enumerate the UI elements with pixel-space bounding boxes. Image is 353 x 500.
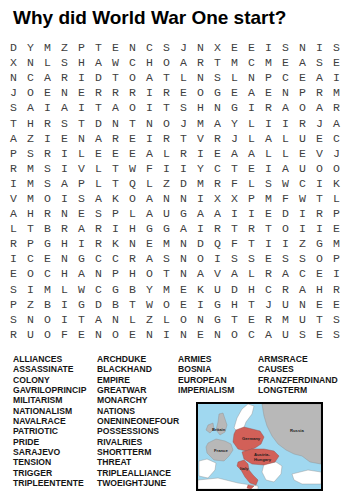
grid-cell-r1c6[interactable]: T xyxy=(90,40,107,55)
grid-cell-r1c2[interactable]: Y xyxy=(22,40,39,55)
grid-cell-r18c11[interactable]: E xyxy=(175,297,192,312)
grid-cell-r8c11[interactable]: R xyxy=(175,146,192,161)
grid-cell-r10c3[interactable]: S xyxy=(39,176,56,191)
grid-cell-r3c3[interactable]: A xyxy=(39,70,56,85)
grid-cell-r6c20[interactable]: A xyxy=(328,115,345,130)
grid-cell-r6c1[interactable]: T xyxy=(5,115,22,130)
grid-cell-r16c15[interactable]: L xyxy=(243,266,260,281)
grid-cell-r9c1[interactable]: R xyxy=(5,161,22,176)
grid-cell-r18c20[interactable]: E xyxy=(328,297,345,312)
grid-cell-r11c1[interactable]: V xyxy=(5,191,22,206)
grid-cell-r11c13[interactable]: X xyxy=(209,191,226,206)
grid-cell-r14c20[interactable]: M xyxy=(328,236,345,251)
grid-cell-r3c4[interactable]: R xyxy=(56,70,73,85)
grid-cell-r14c6[interactable]: R xyxy=(90,236,107,251)
grid-cell-r1c1[interactable]: D xyxy=(5,40,22,55)
grid-cell-r6c16[interactable]: I xyxy=(260,115,277,130)
grid-cell-r13c3[interactable]: B xyxy=(39,221,56,236)
grid-cell-r18c17[interactable]: U xyxy=(277,297,294,312)
grid-cell-r4c11[interactable]: E xyxy=(175,85,192,100)
grid-cell-r18c9[interactable]: W xyxy=(141,297,158,312)
grid-cell-r1c10[interactable]: S xyxy=(158,40,175,55)
grid-cell-r13c17[interactable]: O xyxy=(277,221,294,236)
grid-cell-r4c16[interactable]: E xyxy=(260,85,277,100)
grid-cell-r16c10[interactable]: T xyxy=(158,266,175,281)
grid-cell-r7c11[interactable]: T xyxy=(175,131,192,146)
grid-cell-r1c16[interactable]: I xyxy=(260,40,277,55)
grid-cell-r20c3[interactable]: O xyxy=(39,327,56,342)
grid-cell-r11c6[interactable]: A xyxy=(90,191,107,206)
grid-cell-r13c18[interactable]: I xyxy=(294,221,311,236)
grid-cell-r2c20[interactable]: E xyxy=(328,55,345,70)
grid-cell-r7c19[interactable]: E xyxy=(311,131,328,146)
grid-cell-r5c5[interactable]: I xyxy=(73,100,90,115)
grid-cell-r14c3[interactable]: G xyxy=(39,236,56,251)
grid-cell-r9c7[interactable]: T xyxy=(107,161,124,176)
grid-cell-r4c7[interactable]: R xyxy=(107,85,124,100)
grid-cell-r14c19[interactable]: G xyxy=(311,236,328,251)
grid-cell-r19c15[interactable]: E xyxy=(243,312,260,327)
grid-cell-r12c17[interactable]: D xyxy=(277,206,294,221)
grid-cell-r7c1[interactable]: A xyxy=(5,131,22,146)
grid-cell-r6c14[interactable]: Y xyxy=(226,115,243,130)
grid-cell-r10c2[interactable]: M xyxy=(22,176,39,191)
grid-cell-r13c5[interactable]: A xyxy=(73,221,90,236)
grid-cell-r20c19[interactable]: E xyxy=(311,327,328,342)
grid-cell-r11c4[interactable]: I xyxy=(56,191,73,206)
grid-cell-r12c3[interactable]: R xyxy=(39,206,56,221)
grid-cell-r3c9[interactable]: A xyxy=(141,70,158,85)
grid-cell-r2c7[interactable]: W xyxy=(107,55,124,70)
grid-cell-r15c2[interactable]: C xyxy=(22,251,39,266)
grid-cell-r1c7[interactable]: E xyxy=(107,40,124,55)
grid-cell-r20c1[interactable]: R xyxy=(5,327,22,342)
grid-cell-r13c1[interactable]: L xyxy=(5,221,22,236)
grid-cell-r8c15[interactable]: A xyxy=(243,146,260,161)
grid-cell-r17c11[interactable]: E xyxy=(175,282,192,297)
grid-cell-r11c3[interactable]: O xyxy=(39,191,56,206)
grid-cell-r9c16[interactable]: I xyxy=(260,161,277,176)
grid-cell-r19c18[interactable]: U xyxy=(294,312,311,327)
grid-cell-r20c7[interactable]: O xyxy=(107,327,124,342)
grid-cell-r8c10[interactable]: L xyxy=(158,146,175,161)
grid-cell-r12c7[interactable]: P xyxy=(107,206,124,221)
grid-cell-r18c1[interactable]: P xyxy=(5,297,22,312)
grid-cell-r20c13[interactable]: N xyxy=(209,327,226,342)
grid-cell-r7c16[interactable]: A xyxy=(260,131,277,146)
grid-cell-r16c20[interactable]: I xyxy=(328,266,345,281)
grid-cell-r14c5[interactable]: I xyxy=(73,236,90,251)
grid-cell-r5c20[interactable]: R xyxy=(328,100,345,115)
grid-cell-r16c16[interactable]: R xyxy=(260,266,277,281)
grid-cell-r1c14[interactable]: E xyxy=(226,40,243,55)
grid-cell-r8c2[interactable]: S xyxy=(22,146,39,161)
grid-cell-r7c9[interactable]: I xyxy=(141,131,158,146)
grid-cell-r1c12[interactable]: N xyxy=(192,40,209,55)
grid-cell-r5c2[interactable]: A xyxy=(22,100,39,115)
grid-cell-r16c11[interactable]: N xyxy=(175,266,192,281)
grid-cell-r3c8[interactable]: O xyxy=(124,70,141,85)
grid-cell-r4c17[interactable]: N xyxy=(277,85,294,100)
grid-cell-r2c2[interactable]: N xyxy=(22,55,39,70)
grid-cell-r5c10[interactable]: T xyxy=(158,100,175,115)
grid-cell-r20c9[interactable]: N xyxy=(141,327,158,342)
grid-cell-r18c5[interactable]: G xyxy=(73,297,90,312)
grid-cell-r10c15[interactable]: L xyxy=(243,176,260,191)
grid-cell-r2c12[interactable]: R xyxy=(192,55,209,70)
grid-cell-r14c13[interactable]: Q xyxy=(209,236,226,251)
grid-cell-r17c18[interactable]: A xyxy=(294,282,311,297)
grid-cell-r3c12[interactable]: N xyxy=(192,70,209,85)
grid-cell-r5c7[interactable]: A xyxy=(107,100,124,115)
grid-cell-r11c5[interactable]: S xyxy=(73,191,90,206)
grid-cell-r11c7[interactable]: K xyxy=(107,191,124,206)
grid-cell-r2c15[interactable]: C xyxy=(243,55,260,70)
grid-cell-r4c13[interactable]: G xyxy=(209,85,226,100)
grid-cell-r15c19[interactable]: O xyxy=(311,251,328,266)
grid-cell-r13c13[interactable]: R xyxy=(209,221,226,236)
grid-cell-r12c9[interactable]: A xyxy=(141,206,158,221)
grid-cell-r11c20[interactable]: L xyxy=(328,191,345,206)
grid-cell-r19c3[interactable]: O xyxy=(39,312,56,327)
grid-cell-r12c8[interactable]: L xyxy=(124,206,141,221)
grid-cell-r20c4[interactable]: F xyxy=(56,327,73,342)
grid-cell-r10c4[interactable]: A xyxy=(56,176,73,191)
grid-cell-r20c10[interactable]: I xyxy=(158,327,175,342)
grid-cell-r3c18[interactable]: E xyxy=(294,70,311,85)
grid-cell-r12c20[interactable]: P xyxy=(328,206,345,221)
grid-cell-r20c20[interactable]: S xyxy=(328,327,345,342)
grid-cell-r17c10[interactable]: M xyxy=(158,282,175,297)
grid-cell-r2c14[interactable]: M xyxy=(226,55,243,70)
grid-cell-r5c6[interactable]: T xyxy=(90,100,107,115)
grid-cell-r9c8[interactable]: W xyxy=(124,161,141,176)
grid-cell-r8c17[interactable]: L xyxy=(277,146,294,161)
grid-cell-r4c19[interactable]: R xyxy=(311,85,328,100)
grid-cell-r11c15[interactable]: P xyxy=(243,191,260,206)
grid-cell-r2c10[interactable]: O xyxy=(158,55,175,70)
grid-cell-r16c14[interactable]: A xyxy=(226,266,243,281)
grid-cell-r7c3[interactable]: I xyxy=(39,131,56,146)
grid-cell-r2c11[interactable]: A xyxy=(175,55,192,70)
grid-cell-r15c15[interactable]: S xyxy=(243,251,260,266)
grid-cell-r19c5[interactable]: T xyxy=(73,312,90,327)
grid-cell-r18c7[interactable]: B xyxy=(107,297,124,312)
grid-cell-r19c17[interactable]: M xyxy=(277,312,294,327)
grid-cell-r11c10[interactable]: N xyxy=(158,191,175,206)
grid-cell-r20c6[interactable]: N xyxy=(90,327,107,342)
grid-cell-r8c20[interactable]: J xyxy=(328,146,345,161)
grid-cell-r11c11[interactable]: N xyxy=(175,191,192,206)
grid-cell-r19c4[interactable]: I xyxy=(56,312,73,327)
grid-cell-r3c20[interactable]: I xyxy=(328,70,345,85)
grid-cell-r9c10[interactable]: I xyxy=(158,161,175,176)
grid-cell-r1c13[interactable]: X xyxy=(209,40,226,55)
grid-cell-r8c14[interactable]: A xyxy=(226,146,243,161)
grid-cell-r17c8[interactable]: B xyxy=(124,282,141,297)
grid-cell-r3c6[interactable]: D xyxy=(90,70,107,85)
grid-cell-r6c10[interactable]: O xyxy=(158,115,175,130)
grid-cell-r19c11[interactable]: O xyxy=(175,312,192,327)
grid-cell-r12c15[interactable]: I xyxy=(243,206,260,221)
grid-cell-r10c14[interactable]: F xyxy=(226,176,243,191)
grid-cell-r10c13[interactable]: R xyxy=(209,176,226,191)
grid-cell-r4c6[interactable]: R xyxy=(90,85,107,100)
grid-cell-r19c7[interactable]: N xyxy=(107,312,124,327)
grid-cell-r11c8[interactable]: O xyxy=(124,191,141,206)
grid-cell-r8c1[interactable]: P xyxy=(5,146,22,161)
grid-cell-r1c17[interactable]: S xyxy=(277,40,294,55)
grid-cell-r10c9[interactable]: L xyxy=(141,176,158,191)
grid-cell-r15c16[interactable]: E xyxy=(260,251,277,266)
grid-cell-r9c11[interactable]: I xyxy=(175,161,192,176)
grid-cell-r3c19[interactable]: A xyxy=(311,70,328,85)
grid-cell-r2c13[interactable]: T xyxy=(209,55,226,70)
grid-cell-r15c5[interactable]: G xyxy=(73,251,90,266)
grid-cell-r13c16[interactable]: T xyxy=(260,221,277,236)
grid-cell-r18c12[interactable]: I xyxy=(192,297,209,312)
grid-cell-r20c12[interactable]: E xyxy=(192,327,209,342)
grid-cell-r7c4[interactable]: E xyxy=(56,131,73,146)
grid-cell-r3c14[interactable]: L xyxy=(226,70,243,85)
grid-cell-r5c3[interactable]: I xyxy=(39,100,56,115)
grid-cell-r17c14[interactable]: D xyxy=(226,282,243,297)
grid-cell-r14c12[interactable]: D xyxy=(192,236,209,251)
grid-cell-r15c20[interactable]: P xyxy=(328,251,345,266)
grid-cell-r17c6[interactable]: C xyxy=(90,282,107,297)
grid-cell-r15c9[interactable]: A xyxy=(141,251,158,266)
grid-cell-r4c15[interactable]: A xyxy=(243,85,260,100)
grid-cell-r19c2[interactable]: N xyxy=(22,312,39,327)
grid-cell-r7c8[interactable]: E xyxy=(124,131,141,146)
grid-cell-r12c16[interactable]: E xyxy=(260,206,277,221)
grid-cell-r4c18[interactable]: P xyxy=(294,85,311,100)
grid-cell-r19c1[interactable]: S xyxy=(5,312,22,327)
grid-cell-r15c12[interactable]: O xyxy=(192,251,209,266)
grid-cell-r6c7[interactable]: N xyxy=(107,115,124,130)
grid-cell-r7c6[interactable]: A xyxy=(90,131,107,146)
grid-cell-r12c12[interactable]: A xyxy=(192,206,209,221)
grid-cell-r10c6[interactable]: L xyxy=(90,176,107,191)
grid-cell-r16c2[interactable]: O xyxy=(22,266,39,281)
grid-cell-r1c4[interactable]: Z xyxy=(56,40,73,55)
grid-cell-r5c1[interactable]: S xyxy=(5,100,22,115)
grid-cell-r15c10[interactable]: S xyxy=(158,251,175,266)
grid-cell-r2c6[interactable]: A xyxy=(90,55,107,70)
grid-cell-r10c12[interactable]: M xyxy=(192,176,209,191)
grid-cell-r6c5[interactable]: T xyxy=(73,115,90,130)
grid-cell-r8c4[interactable]: I xyxy=(56,146,73,161)
grid-cell-r2c17[interactable]: E xyxy=(277,55,294,70)
grid-cell-r5c12[interactable]: H xyxy=(192,100,209,115)
grid-cell-r2c16[interactable]: M xyxy=(260,55,277,70)
grid-cell-r3c11[interactable]: L xyxy=(175,70,192,85)
grid-cell-r17c16[interactable]: C xyxy=(260,282,277,297)
grid-cell-r9c9[interactable]: F xyxy=(141,161,158,176)
grid-cell-r19c6[interactable]: A xyxy=(90,312,107,327)
grid-cell-r17c19[interactable]: H xyxy=(311,282,328,297)
grid-cell-r16c8[interactable]: H xyxy=(124,266,141,281)
grid-cell-r3c1[interactable]: N xyxy=(5,70,22,85)
grid-cell-r20c5[interactable]: E xyxy=(73,327,90,342)
grid-cell-r10c11[interactable]: D xyxy=(175,176,192,191)
grid-cell-r4c2[interactable]: O xyxy=(22,85,39,100)
grid-cell-r7c13[interactable]: R xyxy=(209,131,226,146)
grid-cell-r19c14[interactable]: T xyxy=(226,312,243,327)
grid-cell-r19c16[interactable]: R xyxy=(260,312,277,327)
grid-cell-r18c16[interactable]: J xyxy=(260,297,277,312)
grid-cell-r13c11[interactable]: A xyxy=(175,221,192,236)
grid-cell-r19c19[interactable]: T xyxy=(311,312,328,327)
grid-cell-r6c2[interactable]: H xyxy=(22,115,39,130)
grid-cell-r18c8[interactable]: T xyxy=(124,297,141,312)
grid-cell-r18c6[interactable]: D xyxy=(90,297,107,312)
grid-cell-r11c12[interactable]: I xyxy=(192,191,209,206)
grid-cell-r11c16[interactable]: M xyxy=(260,191,277,206)
grid-cell-r14c7[interactable]: K xyxy=(107,236,124,251)
grid-cell-r16c6[interactable]: N xyxy=(90,266,107,281)
grid-cell-r15c3[interactable]: E xyxy=(39,251,56,266)
grid-cell-r14c2[interactable]: P xyxy=(22,236,39,251)
grid-cell-r17c7[interactable]: G xyxy=(107,282,124,297)
grid-cell-r10c1[interactable]: I xyxy=(5,176,22,191)
grid-cell-r7c7[interactable]: R xyxy=(107,131,124,146)
grid-cell-r9c15[interactable]: E xyxy=(243,161,260,176)
grid-cell-r1c11[interactable]: J xyxy=(175,40,192,55)
grid-cell-r6c11[interactable]: J xyxy=(175,115,192,130)
grid-cell-r20c2[interactable]: U xyxy=(22,327,39,342)
grid-cell-r4c8[interactable]: R xyxy=(124,85,141,100)
grid-cell-r4c14[interactable]: E xyxy=(226,85,243,100)
grid-cell-r3c2[interactable]: C xyxy=(22,70,39,85)
grid-cell-r9c3[interactable]: S xyxy=(39,161,56,176)
grid-cell-r2c8[interactable]: C xyxy=(124,55,141,70)
grid-cell-r11c18[interactable]: W xyxy=(294,191,311,206)
grid-cell-r16c18[interactable]: C xyxy=(294,266,311,281)
grid-cell-r13c19[interactable]: I xyxy=(311,221,328,236)
grid-cell-r5c19[interactable]: A xyxy=(311,100,328,115)
grid-cell-r8c13[interactable]: E xyxy=(209,146,226,161)
grid-cell-r12c1[interactable]: A xyxy=(5,206,22,221)
grid-cell-r4c5[interactable]: E xyxy=(73,85,90,100)
grid-cell-r11c2[interactable]: M xyxy=(22,191,39,206)
grid-cell-r17c17[interactable]: R xyxy=(277,282,294,297)
grid-cell-r20c8[interactable]: E xyxy=(124,327,141,342)
grid-cell-r16c7[interactable]: P xyxy=(107,266,124,281)
grid-cell-r1c3[interactable]: M xyxy=(39,40,56,55)
grid-cell-r7c5[interactable]: N xyxy=(73,131,90,146)
grid-cell-r8c7[interactable]: E xyxy=(107,146,124,161)
grid-cell-r11c14[interactable]: X xyxy=(226,191,243,206)
grid-cell-r14c14[interactable]: F xyxy=(226,236,243,251)
grid-cell-r7c2[interactable]: Z xyxy=(22,131,39,146)
grid-cell-r17c1[interactable]: S xyxy=(5,282,22,297)
grid-cell-r19c9[interactable]: Z xyxy=(141,312,158,327)
grid-cell-r13c20[interactable]: E xyxy=(328,221,345,236)
grid-cell-r10c5[interactable]: P xyxy=(73,176,90,191)
grid-cell-r1c19[interactable]: I xyxy=(311,40,328,55)
grid-cell-r1c15[interactable]: E xyxy=(243,40,260,55)
grid-cell-r13c12[interactable]: I xyxy=(192,221,209,236)
grid-cell-r17c3[interactable]: M xyxy=(39,282,56,297)
grid-cell-r12c19[interactable]: R xyxy=(311,206,328,221)
grid-cell-r9c18[interactable]: U xyxy=(294,161,311,176)
grid-cell-r6c8[interactable]: T xyxy=(124,115,141,130)
grid-cell-r18c3[interactable]: B xyxy=(39,297,56,312)
grid-cell-r18c13[interactable]: G xyxy=(209,297,226,312)
grid-cell-r15c11[interactable]: N xyxy=(175,251,192,266)
grid-cell-r20c14[interactable]: O xyxy=(226,327,243,342)
grid-cell-r14c8[interactable]: N xyxy=(124,236,141,251)
grid-cell-r5c14[interactable]: G xyxy=(226,100,243,115)
grid-cell-r12c4[interactable]: N xyxy=(56,206,73,221)
grid-cell-r5c4[interactable]: A xyxy=(56,100,73,115)
grid-cell-r9c19[interactable]: O xyxy=(311,161,328,176)
grid-cell-r16c12[interactable]: A xyxy=(192,266,209,281)
grid-cell-r3c7[interactable]: T xyxy=(107,70,124,85)
grid-cell-r15c13[interactable]: I xyxy=(209,251,226,266)
grid-cell-r14c10[interactable]: M xyxy=(158,236,175,251)
grid-cell-r4c9[interactable]: I xyxy=(141,85,158,100)
grid-cell-r17c4[interactable]: L xyxy=(56,282,73,297)
grid-cell-r13c6[interactable]: R xyxy=(90,221,107,236)
grid-cell-r10c17[interactable]: W xyxy=(277,176,294,191)
grid-cell-r20c17[interactable]: U xyxy=(277,327,294,342)
grid-cell-r20c11[interactable]: N xyxy=(175,327,192,342)
grid-cell-r7c17[interactable]: L xyxy=(277,131,294,146)
grid-cell-r11c9[interactable]: A xyxy=(141,191,158,206)
grid-cell-r5c18[interactable]: O xyxy=(294,100,311,115)
grid-cell-r13c7[interactable]: I xyxy=(107,221,124,236)
grid-cell-r2c5[interactable]: H xyxy=(73,55,90,70)
grid-cell-r12c10[interactable]: U xyxy=(158,206,175,221)
grid-cell-r6c9[interactable]: N xyxy=(141,115,158,130)
grid-cell-r13c4[interactable]: R xyxy=(56,221,73,236)
grid-cell-r16c4[interactable]: H xyxy=(56,266,73,281)
grid-cell-r12c18[interactable]: I xyxy=(294,206,311,221)
grid-cell-r7c20[interactable]: C xyxy=(328,131,345,146)
grid-cell-r11c17[interactable]: F xyxy=(277,191,294,206)
grid-cell-r13c8[interactable]: H xyxy=(124,221,141,236)
grid-cell-r17c9[interactable]: Y xyxy=(141,282,158,297)
grid-cell-r9c14[interactable]: T xyxy=(226,161,243,176)
grid-cell-r5c11[interactable]: S xyxy=(175,100,192,115)
grid-cell-r17c5[interactable]: W xyxy=(73,282,90,297)
grid-cell-r2c19[interactable]: S xyxy=(311,55,328,70)
grid-cell-r14c9[interactable]: E xyxy=(141,236,158,251)
grid-cell-r4c20[interactable]: M xyxy=(328,85,345,100)
grid-cell-r1c20[interactable]: S xyxy=(328,40,345,55)
grid-cell-r3c16[interactable]: P xyxy=(260,70,277,85)
grid-cell-r7c12[interactable]: V xyxy=(192,131,209,146)
grid-cell-r10c10[interactable]: Z xyxy=(158,176,175,191)
grid-cell-r1c8[interactable]: N xyxy=(124,40,141,55)
grid-cell-r5c17[interactable]: A xyxy=(277,100,294,115)
grid-cell-r13c15[interactable]: R xyxy=(243,221,260,236)
grid-cell-r17c15[interactable]: H xyxy=(243,282,260,297)
grid-cell-r18c4[interactable]: I xyxy=(56,297,73,312)
grid-cell-r3c15[interactable]: N xyxy=(243,70,260,85)
grid-cell-r4c3[interactable]: E xyxy=(39,85,56,100)
grid-cell-r15c4[interactable]: N xyxy=(56,251,73,266)
grid-cell-r6c19[interactable]: J xyxy=(311,115,328,130)
grid-cell-r15c7[interactable]: C xyxy=(107,251,124,266)
grid-cell-r16c5[interactable]: A xyxy=(73,266,90,281)
grid-cell-r6c18[interactable]: R xyxy=(294,115,311,130)
grid-cell-r5c15[interactable]: I xyxy=(243,100,260,115)
grid-cell-r6c6[interactable]: D xyxy=(90,115,107,130)
grid-cell-r3c17[interactable]: C xyxy=(277,70,294,85)
